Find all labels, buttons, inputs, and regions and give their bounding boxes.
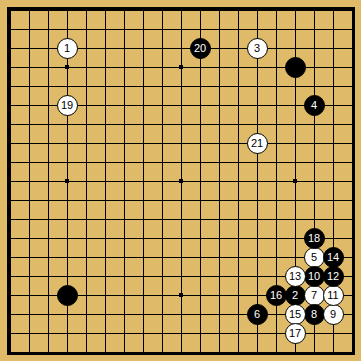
star-point	[65, 65, 69, 69]
stone-black-14: 14	[323, 247, 344, 268]
stone-black-12: 12	[323, 266, 344, 287]
go-board: 123456789101112131415161718192021	[0, 0, 361, 361]
stone-white-5: 5	[304, 247, 325, 268]
star-point	[179, 65, 183, 69]
stone-white-17: 17	[285, 323, 306, 344]
stone-black-handicap-Q16	[285, 57, 306, 78]
stone-white-7: 7	[304, 285, 325, 306]
stone-white-21: 21	[247, 133, 268, 154]
stone-black-2: 2	[285, 285, 306, 306]
stone-white-13: 13	[285, 266, 306, 287]
stone-black-10: 10	[304, 266, 325, 287]
stone-white-9: 9	[323, 304, 344, 325]
star-point	[65, 179, 69, 183]
stone-white-1: 1	[57, 38, 78, 59]
stone-black-20: 20	[190, 38, 211, 59]
stone-white-3: 3	[247, 38, 268, 59]
stone-white-15: 15	[285, 304, 306, 325]
stone-white-11: 11	[323, 285, 344, 306]
stone-black-18: 18	[304, 228, 325, 249]
board-intersections: 123456789101112131415161718192021	[1, 1, 361, 361]
stone-black-8: 8	[304, 304, 325, 325]
stone-black-handicap-D4	[57, 285, 78, 306]
stone-white-19: 19	[57, 95, 78, 116]
star-point	[179, 179, 183, 183]
stone-black-6: 6	[247, 304, 268, 325]
stone-black-4: 4	[304, 95, 325, 116]
stone-black-16: 16	[266, 285, 287, 306]
star-point	[179, 293, 183, 297]
star-point	[293, 179, 297, 183]
